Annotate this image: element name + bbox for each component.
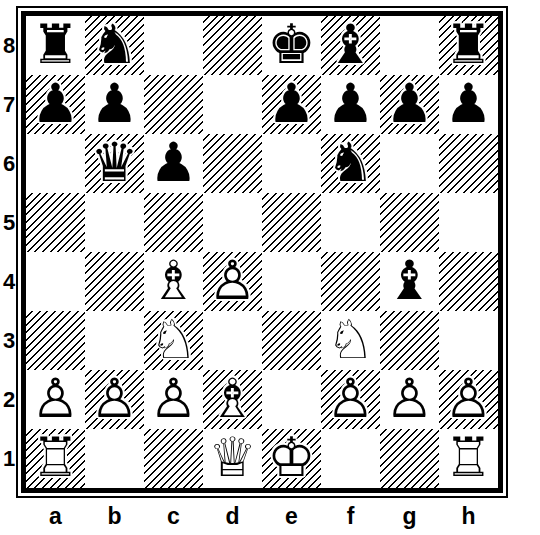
piece-glyph: ♗ (149, 253, 197, 307)
piece-glyph: ♙ (326, 371, 374, 425)
piece-glyph: ♖ (31, 430, 79, 484)
piece-white-bishop: ♝♗ (203, 370, 262, 429)
piece-black-rook: ♜♜ (439, 16, 498, 75)
piece-glyph: ♚ (267, 17, 315, 71)
piece-white-pawn: ♟♙ (203, 252, 262, 311)
piece-white-knight: ♞♘ (321, 311, 380, 370)
square-f1[interactable] (321, 429, 380, 488)
square-c1[interactable] (144, 429, 203, 488)
square-c4[interactable]: ♝♗ (144, 252, 203, 311)
file-label-f: f (321, 501, 380, 531)
square-c6[interactable]: ♟♟ (144, 134, 203, 193)
piece-glyph: ♟ (326, 76, 374, 130)
piece-black-pawn: ♟♟ (26, 75, 85, 134)
square-b2[interactable]: ♟♙ (85, 370, 144, 429)
piece-black-bishop: ♝♝ (380, 252, 439, 311)
square-g7[interactable]: ♟♟ (380, 75, 439, 134)
square-e4[interactable] (262, 252, 321, 311)
file-label-e: e (262, 501, 321, 531)
square-b5[interactable] (85, 193, 144, 252)
square-a8[interactable]: ♜♜ (26, 16, 85, 75)
piece-glyph: ♟ (444, 76, 492, 130)
square-b6[interactable]: ♛♛ (85, 134, 144, 193)
piece-white-pawn: ♟♙ (26, 370, 85, 429)
square-f2[interactable]: ♟♙ (321, 370, 380, 429)
piece-black-knight: ♞♞ (321, 134, 380, 193)
square-f4[interactable] (321, 252, 380, 311)
square-h2[interactable]: ♟♙ (439, 370, 498, 429)
piece-glyph: ♕ (208, 430, 256, 484)
square-f8[interactable]: ♝♝ (321, 16, 380, 75)
square-c3[interactable]: ♞♘ (144, 311, 203, 370)
square-h8[interactable]: ♜♜ (439, 16, 498, 75)
piece-white-knight: ♞♘ (144, 311, 203, 370)
piece-glyph: ♞ (90, 17, 138, 71)
square-a4[interactable] (26, 252, 85, 311)
square-a7[interactable]: ♟♟ (26, 75, 85, 134)
square-b1[interactable] (85, 429, 144, 488)
square-b3[interactable] (85, 311, 144, 370)
file-label-g: g (380, 501, 439, 531)
piece-black-rook: ♜♜ (26, 16, 85, 75)
square-g4[interactable]: ♝♝ (380, 252, 439, 311)
file-label-c: c (144, 501, 203, 531)
file-labels: abcdefgh (26, 501, 498, 531)
piece-glyph: ♔ (267, 430, 315, 484)
square-e7[interactable]: ♟♟ (262, 75, 321, 134)
square-g6[interactable] (380, 134, 439, 193)
square-e2[interactable] (262, 370, 321, 429)
square-e3[interactable] (262, 311, 321, 370)
piece-glyph: ♙ (208, 253, 256, 307)
piece-glyph: ♙ (90, 371, 138, 425)
square-b7[interactable]: ♟♟ (85, 75, 144, 134)
square-b4[interactable] (85, 252, 144, 311)
square-d6[interactable] (203, 134, 262, 193)
piece-black-pawn: ♟♟ (85, 75, 144, 134)
piece-glyph: ♟ (31, 76, 79, 130)
piece-glyph: ♘ (149, 312, 197, 366)
file-label-a: a (26, 501, 85, 531)
piece-glyph: ♘ (326, 312, 374, 366)
square-g8[interactable] (380, 16, 439, 75)
square-d5[interactable] (203, 193, 262, 252)
square-a1[interactable]: ♜♖ (26, 429, 85, 488)
piece-glyph: ♝ (326, 17, 374, 71)
square-e6[interactable] (262, 134, 321, 193)
square-a5[interactable] (26, 193, 85, 252)
square-d7[interactable] (203, 75, 262, 134)
piece-white-pawn: ♟♙ (85, 370, 144, 429)
piece-black-queen: ♛♛ (85, 134, 144, 193)
square-c8[interactable] (144, 16, 203, 75)
piece-white-pawn: ♟♙ (321, 370, 380, 429)
square-a6[interactable] (26, 134, 85, 193)
file-label-d: d (203, 501, 262, 531)
square-e5[interactable] (262, 193, 321, 252)
piece-white-pawn: ♟♙ (380, 370, 439, 429)
piece-glyph: ♛ (90, 135, 138, 189)
square-f5[interactable] (321, 193, 380, 252)
file-label-b: b (85, 501, 144, 531)
square-h1[interactable]: ♜♖ (439, 429, 498, 488)
piece-glyph: ♜ (31, 17, 79, 71)
square-f7[interactable]: ♟♟ (321, 75, 380, 134)
square-g2[interactable]: ♟♙ (380, 370, 439, 429)
square-d3[interactable] (203, 311, 262, 370)
piece-white-rook: ♜♖ (439, 429, 498, 488)
square-e1[interactable]: ♚♔ (262, 429, 321, 488)
piece-black-bishop: ♝♝ (321, 16, 380, 75)
chess-diagram: 87654321 ♜♜♞♞♚♚♝♝♜♜♟♟♟♟♟♟♟♟♟♟♟♟♛♛♟♟♞♞♝♗♟… (0, 0, 540, 535)
square-g1[interactable] (380, 429, 439, 488)
square-b8[interactable]: ♞♞ (85, 16, 144, 75)
piece-black-king: ♚♚ (262, 16, 321, 75)
piece-white-king: ♚♔ (262, 429, 321, 488)
square-h4[interactable] (439, 252, 498, 311)
square-h6[interactable] (439, 134, 498, 193)
piece-glyph: ♙ (444, 371, 492, 425)
piece-glyph: ♜ (444, 17, 492, 71)
piece-glyph: ♟ (267, 76, 315, 130)
piece-black-pawn: ♟♟ (380, 75, 439, 134)
piece-white-pawn: ♟♙ (144, 370, 203, 429)
piece-glyph: ♟ (90, 76, 138, 130)
square-c5[interactable] (144, 193, 203, 252)
square-h5[interactable] (439, 193, 498, 252)
board-frame: ♜♜♞♞♚♚♝♝♜♜♟♟♟♟♟♟♟♟♟♟♟♟♛♛♟♟♞♞♝♗♟♙♝♝♞♘♞♘♟♙… (16, 6, 508, 498)
piece-glyph: ♝ (385, 253, 433, 307)
piece-glyph: ♙ (31, 371, 79, 425)
square-f3[interactable]: ♞♘ (321, 311, 380, 370)
square-c7[interactable] (144, 75, 203, 134)
piece-white-queen: ♛♕ (203, 429, 262, 488)
square-a3[interactable] (26, 311, 85, 370)
square-e8[interactable]: ♚♚ (262, 16, 321, 75)
square-g5[interactable] (380, 193, 439, 252)
piece-glyph: ♟ (149, 135, 197, 189)
square-c2[interactable]: ♟♙ (144, 370, 203, 429)
square-d1[interactable]: ♛♕ (203, 429, 262, 488)
square-h3[interactable] (439, 311, 498, 370)
square-g3[interactable] (380, 311, 439, 370)
square-h7[interactable]: ♟♟ (439, 75, 498, 134)
piece-black-pawn: ♟♟ (439, 75, 498, 134)
piece-black-pawn: ♟♟ (321, 75, 380, 134)
square-f6[interactable]: ♞♞ (321, 134, 380, 193)
piece-glyph: ♟ (385, 76, 433, 130)
piece-glyph: ♗ (208, 371, 256, 425)
piece-glyph: ♖ (444, 430, 492, 484)
piece-black-pawn: ♟♟ (144, 134, 203, 193)
square-d8[interactable] (203, 16, 262, 75)
file-label-h: h (439, 501, 498, 531)
square-a2[interactable]: ♟♙ (26, 370, 85, 429)
piece-white-pawn: ♟♙ (439, 370, 498, 429)
piece-white-bishop: ♝♗ (144, 252, 203, 311)
chess-board: ♜♜♞♞♚♚♝♝♜♜♟♟♟♟♟♟♟♟♟♟♟♟♛♛♟♟♞♞♝♗♟♙♝♝♞♘♞♘♟♙… (26, 16, 498, 488)
square-d4[interactable]: ♟♙ (203, 252, 262, 311)
piece-glyph: ♙ (385, 371, 433, 425)
piece-white-rook: ♜♖ (26, 429, 85, 488)
piece-glyph: ♙ (149, 371, 197, 425)
square-d2[interactable]: ♝♗ (203, 370, 262, 429)
board-inner-border: ♜♜♞♞♚♚♝♝♜♜♟♟♟♟♟♟♟♟♟♟♟♟♛♛♟♟♞♞♝♗♟♙♝♝♞♘♞♘♟♙… (21, 11, 503, 493)
piece-black-knight: ♞♞ (85, 16, 144, 75)
piece-glyph: ♞ (326, 135, 374, 189)
piece-black-pawn: ♟♟ (262, 75, 321, 134)
